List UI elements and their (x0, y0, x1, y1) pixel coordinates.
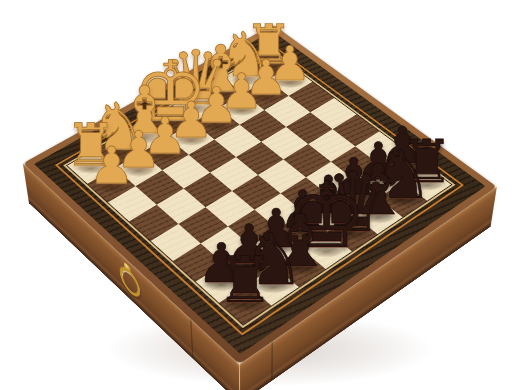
chess-set-photo: ♜♞♝♛♚♝♞♜♟♟♟♟♟♟♟♟♟♟♟♟♟♟♟♟♜♞♝♛♚♝♞♜ (0, 0, 516, 390)
square-h5[interactable] (151, 224, 201, 261)
square-f4[interactable] (184, 173, 232, 208)
white-pawn-h2[interactable]: ♟ (89, 141, 135, 192)
black-rook-h8[interactable]: ♜ (217, 249, 274, 313)
square-h4[interactable] (129, 205, 178, 241)
square-g4[interactable] (157, 189, 206, 224)
